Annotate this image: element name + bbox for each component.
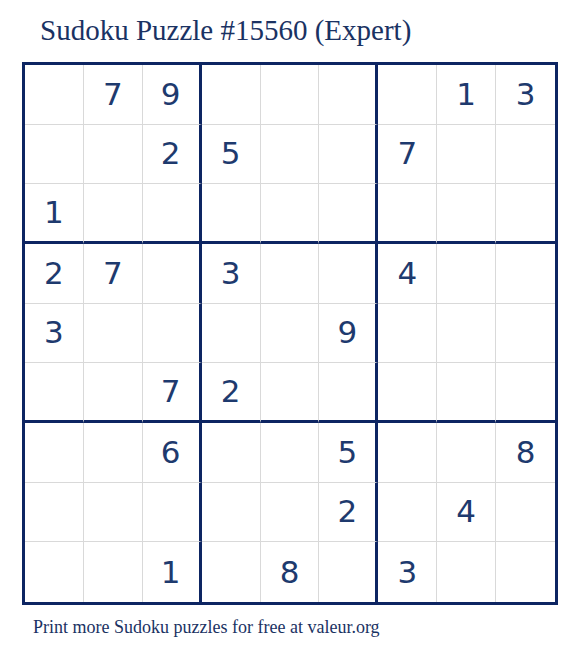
cell-r4c5[interactable] — [261, 244, 320, 304]
cell-r6c2[interactable] — [84, 363, 143, 423]
cell-r9c9[interactable] — [496, 542, 555, 602]
cell-r2c7[interactable]: 7 — [378, 125, 437, 185]
cell-r7c5[interactable] — [261, 423, 320, 483]
cell-r2c8[interactable] — [437, 125, 496, 185]
cell-r4c8[interactable] — [437, 244, 496, 304]
cell-r3c5[interactable] — [261, 184, 320, 244]
cell-r9c6[interactable] — [319, 542, 378, 602]
cell-r4c1[interactable]: 2 — [25, 244, 84, 304]
cell-r8c7[interactable] — [378, 483, 437, 543]
cell-r2c3[interactable]: 2 — [143, 125, 202, 185]
cell-r3c7[interactable] — [378, 184, 437, 244]
cell-r8c2[interactable] — [84, 483, 143, 543]
cell-r5c4[interactable] — [202, 304, 261, 364]
cell-r2c5[interactable] — [261, 125, 320, 185]
cell-r1c8[interactable]: 1 — [437, 65, 496, 125]
cell-r2c6[interactable] — [319, 125, 378, 185]
cell-r2c2[interactable] — [84, 125, 143, 185]
cell-r3c4[interactable] — [202, 184, 261, 244]
page-title: Sudoku Puzzle #15560 (Expert) — [40, 14, 411, 47]
cell-r9c3[interactable]: 1 — [143, 542, 202, 602]
cell-r5c6[interactable]: 9 — [319, 304, 378, 364]
cell-r1c7[interactable] — [378, 65, 437, 125]
cell-r9c1[interactable] — [25, 542, 84, 602]
cell-r9c4[interactable] — [202, 542, 261, 602]
cell-r5c9[interactable] — [496, 304, 555, 364]
cell-r7c9[interactable]: 8 — [496, 423, 555, 483]
cell-r7c1[interactable] — [25, 423, 84, 483]
cell-r6c3[interactable]: 7 — [143, 363, 202, 423]
page: Sudoku Puzzle #15560 (Expert) 7913257127… — [0, 0, 580, 651]
cell-r1c6[interactable] — [319, 65, 378, 125]
cell-r1c2[interactable]: 7 — [84, 65, 143, 125]
cell-r2c4[interactable]: 5 — [202, 125, 261, 185]
cell-r1c4[interactable] — [202, 65, 261, 125]
cell-r3c9[interactable] — [496, 184, 555, 244]
cell-r9c2[interactable] — [84, 542, 143, 602]
cell-r2c1[interactable] — [25, 125, 84, 185]
cell-r6c7[interactable] — [378, 363, 437, 423]
cell-r6c6[interactable] — [319, 363, 378, 423]
cell-r8c4[interactable] — [202, 483, 261, 543]
cell-r4c6[interactable] — [319, 244, 378, 304]
cell-r5c2[interactable] — [84, 304, 143, 364]
cell-r8c6[interactable]: 2 — [319, 483, 378, 543]
cell-r7c7[interactable] — [378, 423, 437, 483]
cell-r8c3[interactable] — [143, 483, 202, 543]
footer-text: Print more Sudoku puzzles for free at va… — [33, 617, 380, 638]
cell-r7c6[interactable]: 5 — [319, 423, 378, 483]
cell-r5c7[interactable] — [378, 304, 437, 364]
cell-r6c1[interactable] — [25, 363, 84, 423]
cell-r9c5[interactable]: 8 — [261, 542, 320, 602]
cell-r9c7[interactable]: 3 — [378, 542, 437, 602]
cell-r8c5[interactable] — [261, 483, 320, 543]
cell-r7c3[interactable]: 6 — [143, 423, 202, 483]
cell-r3c1[interactable]: 1 — [25, 184, 84, 244]
cell-r4c9[interactable] — [496, 244, 555, 304]
cell-r3c8[interactable] — [437, 184, 496, 244]
cell-r5c1[interactable]: 3 — [25, 304, 84, 364]
cell-r1c3[interactable]: 9 — [143, 65, 202, 125]
cell-r8c9[interactable] — [496, 483, 555, 543]
cell-r8c1[interactable] — [25, 483, 84, 543]
cell-r6c5[interactable] — [261, 363, 320, 423]
cell-r4c4[interactable]: 3 — [202, 244, 261, 304]
sudoku-grid: 791325712734397265824183 — [22, 62, 558, 605]
cell-r7c8[interactable] — [437, 423, 496, 483]
cell-r5c8[interactable] — [437, 304, 496, 364]
cell-r7c2[interactable] — [84, 423, 143, 483]
cell-r1c5[interactable] — [261, 65, 320, 125]
cell-r8c8[interactable]: 4 — [437, 483, 496, 543]
cell-r1c9[interactable]: 3 — [496, 65, 555, 125]
cell-r3c3[interactable] — [143, 184, 202, 244]
cell-r3c2[interactable] — [84, 184, 143, 244]
cell-r4c7[interactable]: 4 — [378, 244, 437, 304]
cell-r3c6[interactable] — [319, 184, 378, 244]
cell-r4c3[interactable] — [143, 244, 202, 304]
cell-r4c2[interactable]: 7 — [84, 244, 143, 304]
cell-r2c9[interactable] — [496, 125, 555, 185]
cell-r1c1[interactable] — [25, 65, 84, 125]
cell-r9c8[interactable] — [437, 542, 496, 602]
cell-r5c3[interactable] — [143, 304, 202, 364]
cell-r5c5[interactable] — [261, 304, 320, 364]
cell-r6c4[interactable]: 2 — [202, 363, 261, 423]
cell-r6c8[interactable] — [437, 363, 496, 423]
cell-r6c9[interactable] — [496, 363, 555, 423]
cell-r7c4[interactable] — [202, 423, 261, 483]
